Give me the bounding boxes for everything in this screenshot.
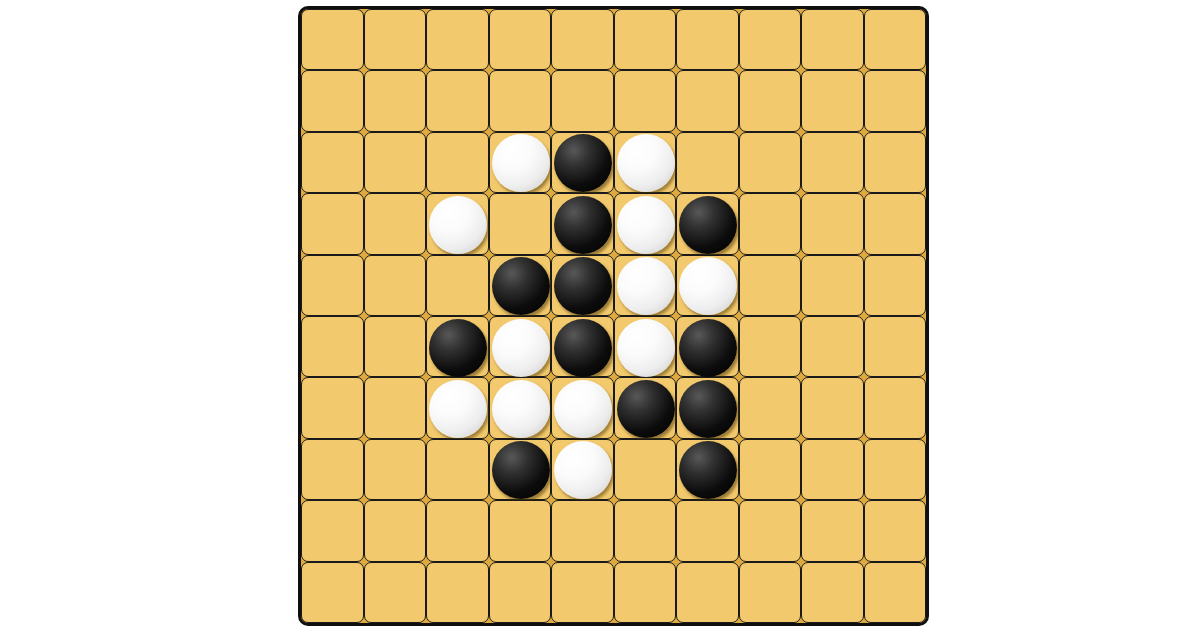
cell-r9c9[interactable] — [864, 562, 927, 623]
cell-r2c9[interactable] — [864, 132, 927, 193]
cell-r9c1[interactable] — [364, 562, 427, 623]
cell-r5c0[interactable] — [301, 316, 364, 377]
cell-r5c5[interactable] — [614, 316, 677, 377]
white-stone — [617, 257, 675, 315]
cell-r1c4[interactable] — [551, 70, 614, 131]
cell-r5c9[interactable] — [864, 316, 927, 377]
cell-r9c6[interactable] — [676, 562, 739, 623]
cell-r6c7[interactable] — [739, 377, 802, 438]
cell-r6c8[interactable] — [801, 377, 864, 438]
cell-r1c0[interactable] — [301, 70, 364, 131]
cell-r6c3[interactable] — [489, 377, 552, 438]
cell-r7c0[interactable] — [301, 439, 364, 500]
cell-r1c7[interactable] — [739, 70, 802, 131]
cell-r0c0[interactable] — [301, 9, 364, 70]
cell-r7c1[interactable] — [364, 439, 427, 500]
cell-r3c2[interactable] — [426, 193, 489, 254]
cell-r5c6[interactable] — [676, 316, 739, 377]
cell-r7c2[interactable] — [426, 439, 489, 500]
cell-r3c8[interactable] — [801, 193, 864, 254]
black-stone — [492, 257, 550, 315]
black-stone — [679, 441, 737, 499]
cell-r4c9[interactable] — [864, 255, 927, 316]
cell-r6c5[interactable] — [614, 377, 677, 438]
cell-r3c6[interactable] — [676, 193, 739, 254]
cell-r8c5[interactable] — [614, 500, 677, 561]
cell-r9c5[interactable] — [614, 562, 677, 623]
cell-r7c5[interactable] — [614, 439, 677, 500]
cell-r4c6[interactable] — [676, 255, 739, 316]
cell-r5c1[interactable] — [364, 316, 427, 377]
cell-r2c0[interactable] — [301, 132, 364, 193]
cell-r0c6[interactable] — [676, 9, 739, 70]
white-stone — [554, 441, 612, 499]
cell-r3c4[interactable] — [551, 193, 614, 254]
cell-r0c3[interactable] — [489, 9, 552, 70]
cell-r3c7[interactable] — [739, 193, 802, 254]
white-stone — [617, 134, 675, 192]
white-stone — [492, 380, 550, 438]
cell-r9c0[interactable] — [301, 562, 364, 623]
cell-r3c3[interactable] — [489, 193, 552, 254]
page — [0, 0, 1200, 630]
cell-r7c8[interactable] — [801, 439, 864, 500]
cell-r9c3[interactable] — [489, 562, 552, 623]
white-stone — [429, 380, 487, 438]
cell-r4c2[interactable] — [426, 255, 489, 316]
cell-r7c7[interactable] — [739, 439, 802, 500]
cell-r7c9[interactable] — [864, 439, 927, 500]
cell-r8c0[interactable] — [301, 500, 364, 561]
white-stone — [679, 257, 737, 315]
cell-r1c1[interactable] — [364, 70, 427, 131]
cell-r1c9[interactable] — [864, 70, 927, 131]
cell-r2c1[interactable] — [364, 132, 427, 193]
white-stone — [617, 319, 675, 377]
cell-r9c7[interactable] — [739, 562, 802, 623]
cell-r1c8[interactable] — [801, 70, 864, 131]
cell-r1c5[interactable] — [614, 70, 677, 131]
black-stone — [492, 441, 550, 499]
cell-r1c2[interactable] — [426, 70, 489, 131]
cell-r8c9[interactable] — [864, 500, 927, 561]
cell-r2c3[interactable] — [489, 132, 552, 193]
cell-r3c5[interactable] — [614, 193, 677, 254]
cell-r8c3[interactable] — [489, 500, 552, 561]
cell-r5c7[interactable] — [739, 316, 802, 377]
cell-r4c5[interactable] — [614, 255, 677, 316]
white-stone — [429, 196, 487, 254]
cell-r8c1[interactable] — [364, 500, 427, 561]
cell-r3c1[interactable] — [364, 193, 427, 254]
cell-r5c2[interactable] — [426, 316, 489, 377]
cell-r0c4[interactable] — [551, 9, 614, 70]
cell-r4c1[interactable] — [364, 255, 427, 316]
cell-r3c0[interactable] — [301, 193, 364, 254]
white-stone — [617, 196, 675, 254]
cell-r5c3[interactable] — [489, 316, 552, 377]
cell-r0c8[interactable] — [801, 9, 864, 70]
cell-r2c7[interactable] — [739, 132, 802, 193]
cell-r0c1[interactable] — [364, 9, 427, 70]
cell-r9c4[interactable] — [551, 562, 614, 623]
cell-r7c6[interactable] — [676, 439, 739, 500]
cell-r2c8[interactable] — [801, 132, 864, 193]
cell-r4c3[interactable] — [489, 255, 552, 316]
cell-r6c0[interactable] — [301, 377, 364, 438]
cell-r3c9[interactable] — [864, 193, 927, 254]
black-stone — [679, 196, 737, 254]
black-stone — [554, 134, 612, 192]
white-stone — [492, 134, 550, 192]
black-stone — [679, 380, 737, 438]
white-stone — [492, 319, 550, 377]
cell-r9c2[interactable] — [426, 562, 489, 623]
cell-r1c3[interactable] — [489, 70, 552, 131]
cell-r0c5[interactable] — [614, 9, 677, 70]
cell-r0c7[interactable] — [739, 9, 802, 70]
cell-r5c8[interactable] — [801, 316, 864, 377]
black-stone — [617, 380, 675, 438]
cell-r4c7[interactable] — [739, 255, 802, 316]
cell-r8c4[interactable] — [551, 500, 614, 561]
cell-r0c2[interactable] — [426, 9, 489, 70]
cell-r4c0[interactable] — [301, 255, 364, 316]
cell-r5c4[interactable] — [551, 316, 614, 377]
cell-r8c2[interactable] — [426, 500, 489, 561]
cell-r4c4[interactable] — [551, 255, 614, 316]
cell-r9c8[interactable] — [801, 562, 864, 623]
black-stone — [554, 196, 612, 254]
cell-r6c1[interactable] — [364, 377, 427, 438]
cell-r0c9[interactable] — [864, 9, 927, 70]
cell-r7c3[interactable] — [489, 439, 552, 500]
board — [298, 6, 929, 626]
cell-r2c4[interactable] — [551, 132, 614, 193]
black-stone — [554, 257, 612, 315]
cell-r8c7[interactable] — [739, 500, 802, 561]
cell-r6c6[interactable] — [676, 377, 739, 438]
cell-r4c8[interactable] — [801, 255, 864, 316]
cell-r8c6[interactable] — [676, 500, 739, 561]
cell-r2c2[interactable] — [426, 132, 489, 193]
cell-r7c4[interactable] — [551, 439, 614, 500]
cell-r6c4[interactable] — [551, 377, 614, 438]
cell-r2c5[interactable] — [614, 132, 677, 193]
cell-r6c9[interactable] — [864, 377, 927, 438]
cell-r1c6[interactable] — [676, 70, 739, 131]
cell-r2c6[interactable] — [676, 132, 739, 193]
black-stone — [679, 319, 737, 377]
cell-r6c2[interactable] — [426, 377, 489, 438]
cell-r8c8[interactable] — [801, 500, 864, 561]
black-stone — [554, 319, 612, 377]
black-stone — [429, 319, 487, 377]
white-stone — [554, 380, 612, 438]
